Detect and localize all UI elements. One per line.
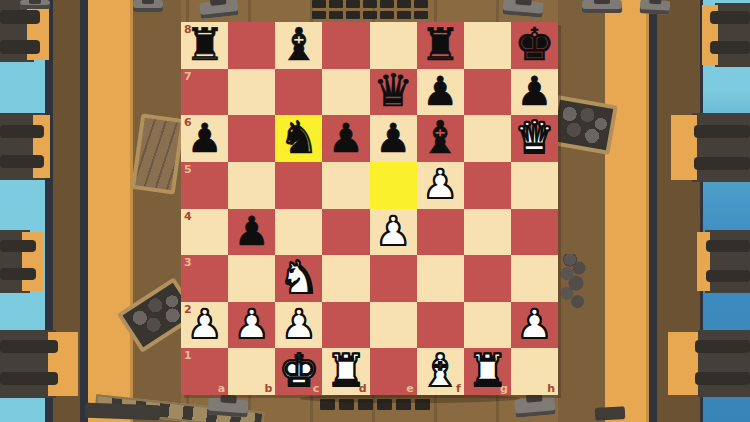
cannon-bit-6 [207,398,248,418]
square-g7[interactable] [464,69,511,116]
square-d4[interactable] [322,209,369,256]
square-g1[interactable]: g♜ [464,348,511,395]
white-pawn-icon[interactable]: ♟ [187,304,223,344]
cannon-bit-0 [20,0,50,9]
tower-bar [695,372,750,385]
square-f6[interactable]: ♝ [417,115,464,162]
tower-cap [668,332,698,395]
window [346,11,360,19]
square-a2[interactable]: 2♟ [181,302,228,349]
square-e6[interactable]: ♟ [370,115,417,162]
square-a1[interactable]: 1a [181,348,228,395]
right-orange-plank [605,0,649,422]
cannon-bit-1 [133,0,163,12]
square-c7[interactable] [275,69,322,116]
rank-label-5: 5 [184,164,192,175]
cannon-bit-5 [640,0,671,15]
tower-bar [710,41,750,54]
black-pawn-icon[interactable]: ♟ [187,118,223,158]
square-e3[interactable] [370,255,417,302]
square-h5[interactable] [511,162,558,209]
tower-bar [694,125,750,138]
tower-bar [0,10,40,24]
black-pawn-icon[interactable]: ♟ [375,118,411,158]
black-pawn-icon[interactable]: ♟ [422,71,458,111]
square-c4[interactable] [275,209,322,256]
left-side-wood [133,0,181,422]
dark-bit-1 [595,406,626,421]
square-g5[interactable] [464,162,511,209]
square-h3[interactable] [511,255,558,302]
chess-board[interactable]: 8♜♝♜♚7♛♟♟6♟♞♟♟♝♛5♟4♟♟3♞2♟♟♟♟1abc♚d♜ef♝g♜… [181,22,558,395]
window [397,11,411,19]
square-f3[interactable] [417,255,464,302]
rank-label-7: 7 [184,71,192,82]
window [397,0,411,8]
tower-bar [0,155,44,168]
white-knight-icon[interactable]: ♞ [279,255,319,300]
black-knight-icon[interactable]: ♞ [279,115,319,160]
tower-bar [0,40,40,54]
square-e1[interactable]: e [370,348,417,395]
square-g2[interactable] [464,302,511,349]
dark-bit-0 [85,403,160,421]
window [329,11,343,19]
square-a6[interactable]: 6♟ [181,115,228,162]
white-rook-icon[interactable]: ♜ [467,348,507,393]
square-a4[interactable]: 4 [181,209,228,256]
right-side-wood [558,0,605,422]
square-f4[interactable] [417,209,464,256]
square-e2[interactable] [370,302,417,349]
square-e7[interactable]: ♛ [370,69,417,116]
tower-bar [706,240,750,252]
white-bishop-icon[interactable]: ♝ [420,348,460,393]
square-h8[interactable]: ♚ [511,22,558,69]
square-b4[interactable]: ♟ [228,209,275,256]
square-f5[interactable]: ♟ [417,162,464,209]
square-b1[interactable]: b [228,348,275,395]
black-pawn-icon[interactable]: ♟ [517,71,553,111]
rank-label-4: 4 [184,211,192,222]
tower-bar [0,268,36,280]
cannon-bit-3 [502,0,543,18]
square-f8[interactable]: ♜ [417,22,464,69]
square-h6[interactable]: ♛ [511,115,558,162]
square-g6[interactable] [464,115,511,162]
right-navy-strip [649,0,657,422]
square-e4[interactable]: ♟ [370,209,417,256]
rank-label-3: 3 [184,257,192,268]
square-d3[interactable] [322,255,369,302]
tower-cap [671,115,697,180]
square-b6[interactable] [228,115,275,162]
square-d5[interactable] [322,162,369,209]
tower-right-5 [660,113,750,182]
tower-left-2 [0,230,90,293]
window [312,0,326,8]
tower-bar [706,270,750,282]
white-king-icon[interactable]: ♚ [279,348,319,393]
square-d7[interactable] [322,69,369,116]
white-pawn-icon[interactable]: ♟ [281,304,317,344]
square-b8[interactable] [228,22,275,69]
tower-bar [0,372,58,385]
window [380,11,394,19]
square-b2[interactable]: ♟ [228,302,275,349]
window [346,0,360,8]
cannon-bit-2 [199,0,238,19]
file-label-b: b [264,383,272,394]
tower-left-3 [0,330,90,398]
square-d1[interactable]: d♜ [322,348,369,395]
black-bishop-icon[interactable]: ♝ [420,115,460,160]
window [363,11,377,19]
square-c8[interactable]: ♝ [275,22,322,69]
tower-left-0 [0,0,90,62]
white-pawn-icon[interactable]: ♟ [517,304,553,344]
rank-label-1: 1 [184,350,192,361]
file-label-h: h [547,383,555,394]
square-a5[interactable]: 5 [181,162,228,209]
black-rook-icon[interactable]: ♜ [184,22,224,67]
square-g8[interactable] [464,22,511,69]
white-rook-icon[interactable]: ♜ [326,348,366,393]
cannon-bit-4 [582,0,622,13]
white-pawn-icon[interactable]: ♟ [234,304,270,344]
tower-right-4 [660,3,750,67]
square-c3[interactable]: ♞ [275,255,322,302]
cannon-bit-7 [514,396,555,417]
tower-bar [0,125,44,138]
square-d2[interactable] [322,302,369,349]
square-d6[interactable]: ♟ [322,115,369,162]
left-orange-plank [88,0,133,422]
white-pawn-icon[interactable]: ♟ [375,211,411,251]
square-b3[interactable] [228,255,275,302]
square-f1[interactable]: f♝ [417,348,464,395]
square-f7[interactable]: ♟ [417,69,464,116]
square-h4[interactable] [511,209,558,256]
square-a8[interactable]: 8♜ [181,22,228,69]
tower-bar [710,11,750,24]
white-queen-icon[interactable]: ♛ [514,115,554,160]
window [414,0,428,8]
square-g3[interactable] [464,255,511,302]
tower-right-7 [660,330,750,397]
square-c2[interactable]: ♟ [275,302,322,349]
square-h7[interactable]: ♟ [511,69,558,116]
tower-bar [0,240,36,252]
window [363,0,377,8]
black-queen-icon[interactable]: ♛ [373,68,413,113]
square-a3[interactable]: 3 [181,255,228,302]
square-c6[interactable]: ♞ [275,115,322,162]
file-label-e: e [406,383,413,394]
black-rook-icon[interactable]: ♜ [420,22,460,67]
black-pawn-icon[interactable]: ♟ [328,118,364,158]
game-scene: 8♜♝♜♚7♛♟♟6♟♞♟♟♝♛5♟4♟♟3♞2♟♟♟♟1abc♚d♜ef♝g♜… [0,0,750,422]
tower-bar [695,340,750,353]
black-pawn-icon[interactable]: ♟ [234,211,270,251]
black-king-icon[interactable]: ♚ [514,22,554,67]
coal-crate-right [548,95,618,155]
square-h2[interactable]: ♟ [511,302,558,349]
white-pawn-icon[interactable]: ♟ [422,164,458,204]
tower-bar [0,340,58,353]
square-b5[interactable] [228,162,275,209]
square-e8[interactable] [370,22,417,69]
tower-right-6 [660,230,750,293]
file-label-a: a [218,383,225,394]
square-c5[interactable] [275,162,322,209]
black-bishop-icon[interactable]: ♝ [279,22,319,67]
castle-windows-top [312,0,428,19]
square-c1[interactable]: c♚ [275,348,322,395]
tower-left-1 [0,113,90,180]
square-g4[interactable] [464,209,511,256]
tower-body [692,113,750,182]
square-d8[interactable] [322,22,369,69]
square-h1[interactable]: h [511,348,558,395]
square-b7[interactable] [228,69,275,116]
square-e5[interactable] [370,162,417,209]
window [380,0,394,8]
stone-pile [558,254,588,310]
square-a7[interactable]: 7 [181,69,228,116]
window [329,0,343,8]
square-f2[interactable] [417,302,464,349]
tower-bar [694,157,750,170]
